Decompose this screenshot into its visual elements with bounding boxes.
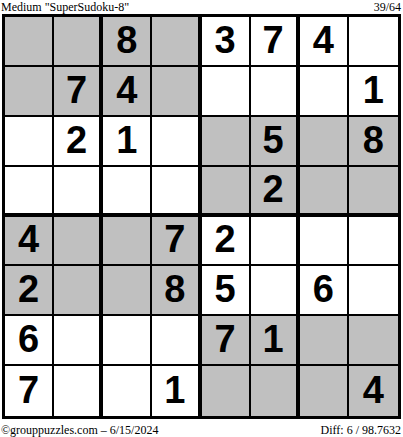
cell-r6c1[interactable]: 2 (5, 266, 54, 316)
given-digit: 2 (66, 121, 87, 159)
cell-r4c3[interactable] (103, 167, 152, 217)
cell-r7c5[interactable]: 7 (202, 316, 251, 366)
cell-r4c5[interactable] (202, 167, 251, 217)
cell-r6c5[interactable]: 5 (202, 266, 251, 316)
cell-r1c2[interactable] (54, 17, 103, 67)
given-digit: 5 (214, 270, 235, 308)
cell-r2c3[interactable]: 4 (103, 67, 152, 117)
header: Medium "SuperSudoku-8" 39/64 (0, 0, 403, 14)
cell-r1c1[interactable] (5, 17, 54, 67)
puzzle-title: Medium "SuperSudoku-8" (1, 1, 129, 14)
given-digit: 2 (18, 270, 39, 308)
copyright-text: ©grouppuzzles.com – 6/15/2024 (1, 424, 158, 437)
cell-r4c1[interactable] (5, 167, 54, 217)
given-digit: 1 (164, 371, 185, 409)
cell-r7c7[interactable] (300, 316, 349, 366)
cell-r7c8[interactable] (349, 316, 398, 366)
given-digit: 4 (18, 220, 39, 258)
cell-r3c6[interactable]: 5 (251, 117, 300, 167)
given-digit: 1 (363, 71, 384, 109)
cell-r6c7[interactable]: 6 (300, 266, 349, 316)
given-digit: 7 (18, 371, 39, 409)
cell-r5c7[interactable] (300, 217, 349, 267)
cell-r5c3[interactable] (103, 217, 152, 267)
cell-r2c8[interactable]: 1 (349, 67, 398, 117)
cell-r6c4[interactable]: 8 (152, 266, 201, 316)
cell-r3c1[interactable] (5, 117, 54, 167)
cell-r4c4[interactable] (152, 167, 201, 217)
cell-r8c1[interactable]: 7 (5, 366, 54, 416)
cell-r6c8[interactable] (349, 266, 398, 316)
given-digit: 3 (214, 21, 235, 59)
cell-r5c8[interactable] (349, 217, 398, 267)
given-digit: 7 (164, 220, 185, 258)
cell-r3c4[interactable] (152, 117, 201, 167)
given-digit: 8 (363, 121, 384, 159)
cell-r5c2[interactable] (54, 217, 103, 267)
cell-r6c6[interactable] (251, 266, 300, 316)
cell-r6c2[interactable] (54, 266, 103, 316)
cell-r8c8[interactable]: 4 (349, 366, 398, 416)
given-digit: 7 (263, 21, 284, 59)
cell-r7c2[interactable] (54, 316, 103, 366)
cell-r8c4[interactable]: 1 (152, 366, 201, 416)
cell-r4c6[interactable]: 2 (251, 167, 300, 217)
sudoku-board: 8374741215824722856671714 (2, 14, 401, 419)
cell-r2c1[interactable] (5, 67, 54, 117)
cell-r7c4[interactable] (152, 316, 201, 366)
cell-r1c4[interactable] (152, 17, 201, 67)
cell-r1c3[interactable]: 8 (103, 17, 152, 67)
cell-r4c7[interactable] (300, 167, 349, 217)
cell-r4c8[interactable] (349, 167, 398, 217)
cell-r3c3[interactable]: 1 (103, 117, 152, 167)
cell-r8c3[interactable] (103, 366, 152, 416)
cell-r7c3[interactable] (103, 316, 152, 366)
cell-r5c4[interactable]: 7 (152, 217, 201, 267)
cell-r1c7[interactable]: 4 (300, 17, 349, 67)
cell-r4c2[interactable] (54, 167, 103, 217)
given-digit: 4 (363, 371, 384, 409)
given-digit: 7 (214, 320, 235, 358)
footer: ©grouppuzzles.com – 6/15/2024 Diff: 6 / … (0, 424, 403, 437)
given-digit: 4 (116, 71, 137, 109)
cell-r8c6[interactable] (251, 366, 300, 416)
cell-r1c8[interactable] (349, 17, 398, 67)
cell-r8c2[interactable] (54, 366, 103, 416)
cell-r2c7[interactable] (300, 67, 349, 117)
cell-r2c6[interactable] (251, 67, 300, 117)
cell-r8c7[interactable] (300, 366, 349, 416)
cell-r5c1[interactable]: 4 (5, 217, 54, 267)
cell-r7c1[interactable]: 6 (5, 316, 54, 366)
given-digit: 8 (164, 270, 185, 308)
cell-r6c3[interactable] (103, 266, 152, 316)
given-digit: 7 (66, 71, 87, 109)
given-digit: 2 (263, 170, 284, 208)
cell-r3c7[interactable] (300, 117, 349, 167)
difficulty-text: Diff: 6 / 98.7632 (321, 424, 401, 437)
given-digit: 5 (263, 121, 284, 159)
given-digit: 8 (116, 21, 137, 59)
cell-r2c4[interactable] (152, 67, 201, 117)
given-digit: 1 (116, 121, 137, 159)
given-digit: 2 (214, 220, 235, 258)
cell-r3c5[interactable] (202, 117, 251, 167)
cell-r1c5[interactable]: 3 (202, 17, 251, 67)
cell-r1c6[interactable]: 7 (251, 17, 300, 67)
cell-r3c8[interactable]: 8 (349, 117, 398, 167)
cell-r5c5[interactable]: 2 (202, 217, 251, 267)
cell-r2c2[interactable]: 7 (54, 67, 103, 117)
given-digit: 1 (263, 320, 284, 358)
cell-r7c6[interactable]: 1 (251, 316, 300, 366)
cell-r5c6[interactable] (251, 217, 300, 267)
given-digit: 6 (18, 320, 39, 358)
cell-r3c2[interactable]: 2 (54, 117, 103, 167)
given-digit: 4 (313, 21, 334, 59)
cell-r2c5[interactable] (202, 67, 251, 117)
cell-r8c5[interactable] (202, 366, 251, 416)
puzzle-page: Medium "SuperSudoku-8" 39/64 83747412158… (0, 0, 403, 437)
given-digit: 6 (313, 270, 334, 308)
empty-cell-counter: 39/64 (374, 1, 401, 14)
